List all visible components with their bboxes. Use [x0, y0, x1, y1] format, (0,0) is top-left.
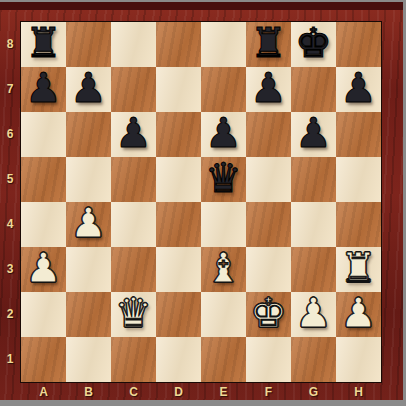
piece-white-rook-h3[interactable]: ♜ — [340, 246, 377, 291]
square-c8[interactable] — [111, 22, 156, 67]
square-h3[interactable]: ♜ — [336, 247, 381, 292]
rank-label-6: 6 — [0, 111, 20, 156]
piece-black-pawn-g6[interactable]: ♟ — [295, 111, 332, 156]
square-b1[interactable] — [66, 337, 111, 382]
file-label-f: F — [246, 384, 291, 400]
square-g4[interactable] — [291, 202, 336, 247]
square-e2[interactable] — [201, 292, 246, 337]
square-g7[interactable] — [291, 67, 336, 112]
square-f1[interactable] — [246, 337, 291, 382]
piece-black-rook-a8[interactable]: ♜ — [25, 21, 62, 66]
square-g1[interactable] — [291, 337, 336, 382]
square-d5[interactable] — [156, 157, 201, 202]
square-f5[interactable] — [246, 157, 291, 202]
square-f8[interactable]: ♜ — [246, 22, 291, 67]
square-h6[interactable] — [336, 112, 381, 157]
piece-white-queen-c2[interactable]: ♛ — [115, 291, 152, 336]
square-e6[interactable]: ♟ — [201, 112, 246, 157]
square-d7[interactable] — [156, 67, 201, 112]
square-b4[interactable]: ♟ — [66, 202, 111, 247]
file-label-g: G — [291, 384, 336, 400]
piece-black-pawn-c6[interactable]: ♟ — [115, 111, 152, 156]
piece-black-king-g8[interactable]: ♚ — [295, 21, 332, 66]
frame-top-strip — [0, 2, 403, 10]
square-g8[interactable]: ♚ — [291, 22, 336, 67]
square-d1[interactable] — [156, 337, 201, 382]
square-h5[interactable] — [336, 157, 381, 202]
square-a3[interactable]: ♟ — [21, 247, 66, 292]
square-a8[interactable]: ♜ — [21, 22, 66, 67]
piece-black-pawn-f7[interactable]: ♟ — [250, 66, 287, 111]
piece-white-pawn-a3[interactable]: ♟ — [25, 246, 62, 291]
piece-black-pawn-a7[interactable]: ♟ — [25, 66, 62, 111]
rank-label-2: 2 — [0, 291, 20, 336]
square-a7[interactable]: ♟ — [21, 67, 66, 112]
piece-white-pawn-b4[interactable]: ♟ — [70, 201, 107, 246]
square-c3[interactable] — [111, 247, 156, 292]
square-g6[interactable]: ♟ — [291, 112, 336, 157]
square-a2[interactable] — [21, 292, 66, 337]
square-a1[interactable] — [21, 337, 66, 382]
square-e5[interactable]: ♛ — [201, 157, 246, 202]
square-a5[interactable] — [21, 157, 66, 202]
rank-label-7: 7 — [0, 66, 20, 111]
square-h7[interactable]: ♟ — [336, 67, 381, 112]
square-e7[interactable] — [201, 67, 246, 112]
file-label-h: H — [336, 384, 381, 400]
square-h4[interactable] — [336, 202, 381, 247]
square-f6[interactable] — [246, 112, 291, 157]
square-c2[interactable]: ♛ — [111, 292, 156, 337]
square-b7[interactable]: ♟ — [66, 67, 111, 112]
square-c7[interactable] — [111, 67, 156, 112]
square-c1[interactable] — [111, 337, 156, 382]
piece-black-pawn-b7[interactable]: ♟ — [70, 66, 107, 111]
file-label-b: B — [66, 384, 111, 400]
square-d6[interactable] — [156, 112, 201, 157]
square-a6[interactable] — [21, 112, 66, 157]
rank-label-1: 1 — [0, 336, 20, 381]
rank-labels: 87654321 — [0, 21, 20, 383]
square-b8[interactable] — [66, 22, 111, 67]
square-e8[interactable] — [201, 22, 246, 67]
square-f4[interactable] — [246, 202, 291, 247]
file-label-e: E — [201, 384, 246, 400]
chess-board: ♜♜♚♟♟♟♟♟♟♟♛♟♟♝♜♛♚♟♟ — [20, 21, 382, 383]
file-labels: ABCDEFGH — [21, 384, 381, 400]
board-frame: 87654321 ♜♜♚♟♟♟♟♟♟♟♛♟♟♝♜♛♚♟♟ ABCDEFGH — [0, 2, 403, 400]
square-d4[interactable] — [156, 202, 201, 247]
rank-label-5: 5 — [0, 156, 20, 201]
square-f7[interactable]: ♟ — [246, 67, 291, 112]
rank-label-4: 4 — [0, 201, 20, 246]
file-label-a: A — [21, 384, 66, 400]
piece-black-queen-e5[interactable]: ♛ — [205, 156, 242, 201]
app-background: 87654321 ♜♜♚♟♟♟♟♟♟♟♛♟♟♝♜♛♚♟♟ ABCDEFGH — [0, 0, 406, 406]
square-b3[interactable] — [66, 247, 111, 292]
square-e4[interactable] — [201, 202, 246, 247]
square-g2[interactable]: ♟ — [291, 292, 336, 337]
piece-white-pawn-h2[interactable]: ♟ — [340, 291, 377, 336]
piece-black-pawn-e6[interactable]: ♟ — [205, 111, 242, 156]
file-label-c: C — [111, 384, 156, 400]
piece-white-pawn-g2[interactable]: ♟ — [295, 291, 332, 336]
file-label-d: D — [156, 384, 201, 400]
square-b2[interactable] — [66, 292, 111, 337]
square-h2[interactable]: ♟ — [336, 292, 381, 337]
piece-black-pawn-h7[interactable]: ♟ — [340, 66, 377, 111]
piece-white-bishop-e3[interactable]: ♝ — [205, 246, 242, 291]
square-b5[interactable] — [66, 157, 111, 202]
square-e1[interactable] — [201, 337, 246, 382]
square-h1[interactable] — [336, 337, 381, 382]
square-f3[interactable] — [246, 247, 291, 292]
square-b6[interactable] — [66, 112, 111, 157]
square-d2[interactable] — [156, 292, 201, 337]
square-g5[interactable] — [291, 157, 336, 202]
square-d8[interactable] — [156, 22, 201, 67]
square-d3[interactable] — [156, 247, 201, 292]
piece-white-king-f2[interactable]: ♚ — [250, 291, 287, 336]
square-g3[interactable] — [291, 247, 336, 292]
square-c6[interactable]: ♟ — [111, 112, 156, 157]
square-h8[interactable] — [336, 22, 381, 67]
square-c4[interactable] — [111, 202, 156, 247]
square-f2[interactable]: ♚ — [246, 292, 291, 337]
square-c5[interactable] — [111, 157, 156, 202]
rank-label-8: 8 — [0, 21, 20, 66]
square-e3[interactable]: ♝ — [201, 247, 246, 292]
rank-label-3: 3 — [0, 246, 20, 291]
square-a4[interactable] — [21, 202, 66, 247]
piece-black-rook-f8[interactable]: ♜ — [250, 21, 287, 66]
